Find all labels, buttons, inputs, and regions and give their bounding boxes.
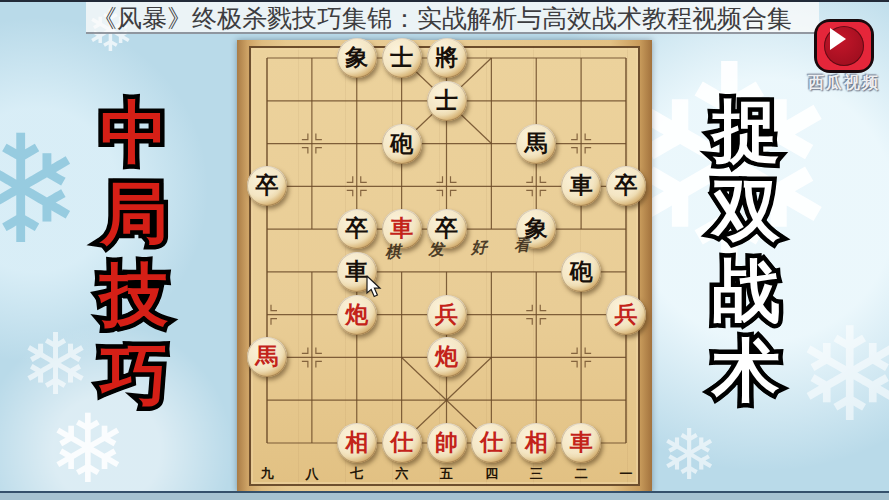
snowflake-icon: ❄: [0, 115, 84, 265]
file-label-五: 五: [436, 465, 458, 483]
piece-character: 兵: [606, 301, 646, 328]
piece-character: 相: [516, 429, 556, 456]
piece-black-馬[interactable]: 馬: [516, 124, 556, 164]
piece-red-車[interactable]: 車: [561, 423, 601, 463]
piece-character: 相: [337, 429, 377, 456]
piece-character: 車: [561, 172, 601, 199]
page-background: { "title": { "text": "《风暴》终极杀戮技巧集锦：实战解析与…: [0, 0, 889, 500]
bottom-strip: [0, 491, 889, 500]
file-label-二: 二: [570, 465, 592, 483]
snowflake-icon: ❄: [660, 420, 719, 490]
mouse-cursor-icon: [366, 276, 384, 300]
right-banner-text: 捉双战术: [704, 90, 788, 410]
piece-character: 車: [561, 429, 601, 456]
left-banner-text: 中局技巧: [92, 92, 176, 416]
piece-red-兵[interactable]: 兵: [427, 295, 467, 335]
logo-label: 西瓜视频: [796, 73, 889, 94]
piece-red-炮[interactable]: 炮: [337, 295, 377, 335]
piece-character: 卒: [606, 172, 646, 199]
snowflake-icon: ❄: [795, 310, 889, 440]
snowflake-icon: ❄: [20, 322, 91, 407]
file-label-六: 六: [391, 465, 413, 483]
piece-character: 卒: [247, 172, 287, 199]
piece-red-炮[interactable]: 炮: [427, 337, 467, 377]
piece-character: 仕: [471, 429, 511, 456]
piece-red-帥[interactable]: 帥: [427, 423, 467, 463]
piece-character: 帥: [427, 429, 467, 456]
title-banner: 《风暴》终极杀戮技巧集锦：实战解析与高效战术教程视频合集: [86, 2, 819, 34]
piece-character: 馬: [247, 343, 287, 370]
file-label-三: 三: [525, 465, 547, 483]
file-label-九: 九: [256, 465, 278, 483]
piece-character: 卒: [337, 215, 377, 242]
piece-character: 仕: [382, 429, 422, 456]
piece-black-卒[interactable]: 卒: [606, 166, 646, 206]
piece-black-士[interactable]: 士: [427, 81, 467, 121]
piece-black-砲[interactable]: 砲: [561, 252, 601, 292]
piece-black-車[interactable]: 車: [561, 166, 601, 206]
piece-character: 將: [427, 44, 467, 71]
top-edge-line: [0, 0, 889, 2]
piece-black-砲[interactable]: 砲: [382, 124, 422, 164]
piece-character: 馬: [516, 130, 556, 157]
file-label-七: 七: [346, 465, 368, 483]
piece-character: 車: [382, 215, 422, 242]
piece-red-相[interactable]: 相: [516, 423, 556, 463]
play-icon: [830, 28, 846, 50]
xiangqi-board-window: 象士將士砲馬卒車卒卒車卒象車砲炮兵兵馬炮相仕帥仕相車 九八七六五四三二一 棋发好…: [237, 40, 652, 492]
piece-black-卒[interactable]: 卒: [337, 209, 377, 249]
piece-character: 炮: [427, 343, 467, 370]
file-label-八: 八: [301, 465, 323, 483]
piece-black-卒[interactable]: 卒: [247, 166, 287, 206]
piece-red-馬[interactable]: 馬: [247, 337, 287, 377]
piece-black-象[interactable]: 象: [337, 38, 377, 78]
piece-red-兵[interactable]: 兵: [606, 295, 646, 335]
piece-character: 士: [382, 44, 422, 71]
piece-black-士[interactable]: 士: [382, 38, 422, 78]
piece-red-相[interactable]: 相: [337, 423, 377, 463]
piece-character: 砲: [561, 258, 601, 285]
piece-character: 象: [337, 44, 377, 71]
snowflake-icon: ❄: [48, 402, 128, 497]
xigua-logo: [814, 19, 874, 73]
piece-character: 炮: [337, 301, 377, 328]
video-title: 《风暴》终极杀戮技巧集锦：实战解析与高效战术教程视频合集: [92, 5, 792, 31]
piece-character: 砲: [382, 130, 422, 157]
piece-character: 士: [427, 87, 467, 114]
piece-red-仕[interactable]: 仕: [382, 423, 422, 463]
file-label-四: 四: [480, 465, 502, 483]
piece-black-將[interactable]: 將: [427, 38, 467, 78]
piece-character: 兵: [427, 301, 467, 328]
file-label-一: 一: [615, 465, 637, 483]
